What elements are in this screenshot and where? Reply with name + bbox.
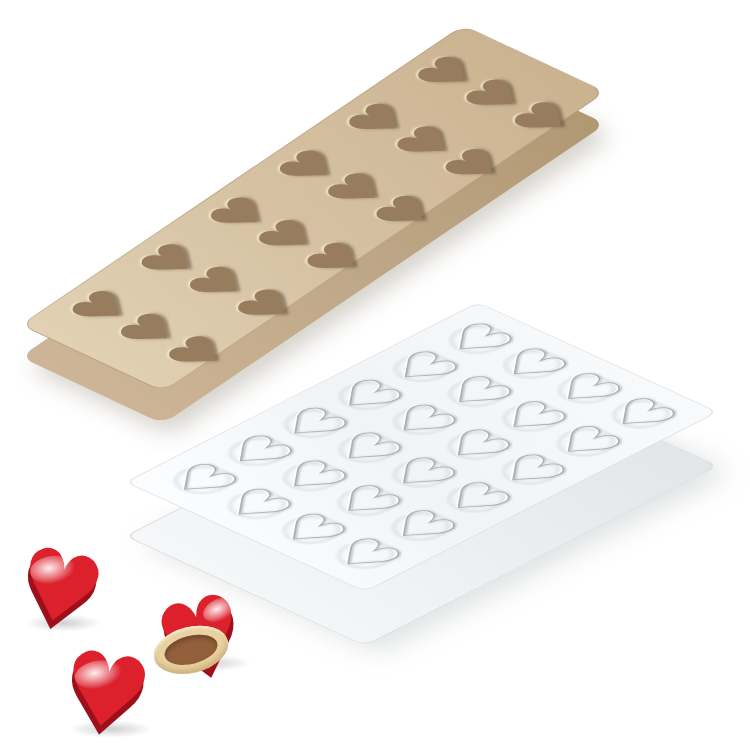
- product-photo-page: { "meta": { "type": "product photograph"…: [0, 0, 750, 750]
- heart-top-glyph: ♥: [8, 539, 112, 637]
- cut-face-ganache-filling: [161, 630, 220, 670]
- chocolate-heart-whole-upper: ♥ ♥: [8, 539, 112, 637]
- photo-background: ♥♥♥♥♥♥♥♥♥♥♥♥♥♥♥♥♥♥ ♡♡♡♡♡♡♡♡♡♡♡♡♡♡♡♡♡♡♡♡♡…: [0, 0, 750, 750]
- heart-top-glyph: ♥: [54, 643, 158, 740]
- chocolate-heart-whole-lower: ♥ ♥: [54, 643, 158, 740]
- chocolate-heart-cut-open: ♥ ♥: [142, 585, 260, 687]
